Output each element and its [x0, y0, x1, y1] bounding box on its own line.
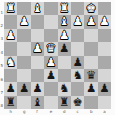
rank-label-7: 7: [1, 91, 4, 95]
rank-label-1: 1: [1, 11, 4, 15]
square-a3[interactable]: [98, 29, 111, 42]
square-e5[interactable]: ♟: [44, 56, 57, 69]
black-pawn: ♟: [99, 82, 109, 95]
square-f1[interactable]: ♝: [31, 2, 44, 15]
black-king: ♚: [72, 96, 82, 109]
square-e2[interactable]: [44, 15, 57, 28]
square-g4[interactable]: [17, 42, 30, 55]
white-pawn: ♟: [19, 15, 29, 28]
chess-diagram: ♜♝♜♚♟♝♟♟♟♟♟♟♛♟♞♟♟♟♞♛♟♟♟♞♟♟♜♝♜♚ 12345678h…: [0, 0, 115, 115]
square-h7[interactable]: ♟: [4, 82, 17, 95]
square-f4[interactable]: ♟: [31, 42, 44, 55]
rank-label-2: 2: [1, 24, 4, 28]
square-e7[interactable]: [44, 82, 57, 95]
square-b8[interactable]: [84, 96, 97, 109]
white-king: ♚: [86, 2, 96, 15]
chess-board: ♜♝♜♚♟♝♟♟♟♟♟♟♛♟♞♟♟♟♞♛♟♟♟♞♟♟♜♝♜♚: [4, 2, 111, 109]
square-d6[interactable]: [58, 69, 71, 82]
file-label-e: e: [50, 110, 52, 114]
square-b2[interactable]: ♟: [84, 15, 97, 28]
square-f6[interactable]: [31, 69, 44, 82]
square-d2[interactable]: ♝: [58, 15, 71, 28]
file-label-b: b: [90, 110, 93, 114]
square-h1[interactable]: ♜: [4, 2, 17, 15]
white-pawn: ♟: [6, 29, 16, 42]
white-pawn: ♟: [72, 15, 82, 28]
square-b3[interactable]: [84, 29, 97, 42]
rank-label-8: 8: [1, 104, 4, 108]
white-queen: ♛: [46, 42, 56, 55]
white-pawn: ♟: [32, 42, 42, 55]
square-h8[interactable]: ♜: [4, 96, 17, 109]
square-d1[interactable]: ♜: [58, 2, 71, 15]
white-rook: ♜: [6, 2, 16, 15]
square-a6[interactable]: [98, 69, 111, 82]
square-g2[interactable]: ♟: [17, 15, 30, 28]
square-h6[interactable]: [4, 69, 17, 82]
square-a1[interactable]: [98, 2, 111, 15]
square-h2[interactable]: [4, 15, 17, 28]
white-pawn: ♟: [59, 29, 69, 42]
square-b4[interactable]: [84, 42, 97, 55]
file-label-a: a: [103, 110, 105, 114]
black-rook: ♜: [59, 96, 69, 109]
square-c6[interactable]: ♞: [71, 69, 84, 82]
black-pawn: ♟: [46, 69, 56, 82]
square-h4[interactable]: [4, 42, 17, 55]
square-c2[interactable]: ♟: [71, 15, 84, 28]
rank-label-5: 5: [1, 64, 4, 68]
square-b7[interactable]: ♟: [84, 82, 97, 95]
square-b6[interactable]: ♛: [84, 69, 97, 82]
square-a5[interactable]: [98, 56, 111, 69]
square-g5[interactable]: [17, 56, 30, 69]
square-g8[interactable]: [17, 96, 30, 109]
rank-label-6: 6: [1, 78, 4, 82]
square-c5[interactable]: ♟: [71, 56, 84, 69]
white-pawn: ♟: [99, 15, 109, 28]
square-c7[interactable]: [71, 82, 84, 95]
square-f5[interactable]: [31, 56, 44, 69]
white-bishop: ♝: [59, 15, 69, 28]
square-h5[interactable]: ♞: [4, 56, 17, 69]
square-e6[interactable]: ♟: [44, 69, 57, 82]
square-d4[interactable]: ♟: [58, 42, 71, 55]
black-bishop: ♝: [32, 96, 42, 109]
square-g6[interactable]: [17, 69, 30, 82]
white-knight: ♞: [6, 56, 16, 69]
square-a7[interactable]: ♟: [98, 82, 111, 95]
square-c8[interactable]: ♚: [71, 96, 84, 109]
black-rook: ♜: [6, 96, 16, 109]
square-f8[interactable]: ♝: [31, 96, 44, 109]
black-queen: ♛: [86, 69, 96, 82]
square-e4[interactable]: ♛: [44, 42, 57, 55]
square-g3[interactable]: [17, 29, 30, 42]
black-pawn: ♟: [32, 82, 42, 95]
file-label-f: f: [36, 110, 37, 114]
black-pawn: ♟: [59, 42, 69, 55]
square-a2[interactable]: ♟: [98, 15, 111, 28]
square-b1[interactable]: ♚: [84, 2, 97, 15]
square-c3[interactable]: [71, 29, 84, 42]
black-knight: ♞: [72, 69, 82, 82]
black-pawn: ♟: [86, 82, 96, 95]
file-label-h: h: [10, 110, 13, 114]
square-a8[interactable]: [98, 96, 111, 109]
white-rook: ♜: [59, 2, 69, 15]
square-d7[interactable]: ♞: [58, 82, 71, 95]
white-bishop: ♝: [32, 2, 42, 15]
file-label-d: d: [63, 110, 66, 114]
square-e8[interactable]: [44, 96, 57, 109]
square-d5[interactable]: [58, 56, 71, 69]
black-knight: ♞: [59, 82, 69, 95]
square-c4[interactable]: [71, 42, 84, 55]
black-pawn: ♟: [72, 56, 82, 69]
square-e3[interactable]: [44, 29, 57, 42]
rank-label-4: 4: [1, 51, 4, 55]
square-b5[interactable]: [84, 56, 97, 69]
white-pawn: ♟: [86, 15, 96, 28]
file-label-c: c: [77, 110, 79, 114]
square-g1[interactable]: [17, 2, 30, 15]
white-pawn: ♟: [46, 56, 56, 69]
square-f3[interactable]: [31, 29, 44, 42]
square-d8[interactable]: ♜: [58, 96, 71, 109]
square-a4[interactable]: [98, 42, 111, 55]
square-e1[interactable]: [44, 2, 57, 15]
black-pawn: ♟: [19, 82, 29, 95]
rank-label-3: 3: [1, 37, 4, 41]
square-g7[interactable]: ♟: [17, 82, 30, 95]
square-d3[interactable]: ♟: [58, 29, 71, 42]
file-label-g: g: [23, 110, 26, 114]
square-c1[interactable]: [71, 2, 84, 15]
square-h3[interactable]: ♟: [4, 29, 17, 42]
square-f7[interactable]: ♟: [31, 82, 44, 95]
black-pawn: ♟: [6, 82, 16, 95]
square-f2[interactable]: [31, 15, 44, 28]
